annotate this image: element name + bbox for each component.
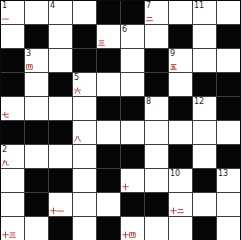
cell-r4c8[interactable]: 12	[193, 97, 216, 120]
across-clue-number-五	[170, 63, 177, 71]
black-cell-r9c4	[97, 217, 120, 240]
black-cell-r6c9	[217, 145, 240, 168]
cell-r2c1[interactable]: 3	[25, 49, 48, 72]
down-clue-number-9: 9	[170, 49, 175, 58]
black-cell-r5c0	[1, 121, 24, 144]
down-clue-number-2: 2	[2, 145, 7, 154]
black-cell-r3c2	[49, 73, 72, 96]
cell-r0c3[interactable]	[73, 1, 96, 24]
black-cell-r1c1	[25, 25, 48, 48]
cell-r9c9[interactable]	[217, 217, 240, 240]
black-cell-r2c4	[97, 49, 120, 72]
across-clue-number-二	[146, 15, 153, 23]
cell-r6c0[interactable]: 2	[1, 145, 24, 168]
cell-r6c1[interactable]	[25, 145, 48, 168]
black-cell-r7c1	[25, 169, 48, 192]
black-cell-r5c2	[49, 121, 72, 144]
black-cell-r4c5	[121, 97, 144, 120]
cell-r6c2[interactable]	[49, 145, 72, 168]
crossword-board: 14711639581221013	[0, 0, 241, 240]
down-clue-number-8: 8	[146, 97, 151, 106]
cell-r0c0[interactable]: 1	[1, 1, 24, 24]
across-clue-number-七	[2, 111, 9, 119]
black-cell-r5c1	[25, 121, 48, 144]
cell-r6c3[interactable]	[73, 145, 96, 168]
across-clue-number-三	[98, 39, 105, 47]
black-cell-r6c7	[169, 145, 192, 168]
down-clue-number-10: 10	[170, 169, 180, 178]
black-cell-r8c5	[121, 193, 144, 216]
cell-r6c6[interactable]	[145, 145, 168, 168]
black-cell-r1c7	[169, 25, 192, 48]
black-cell-r1c9	[217, 25, 240, 48]
down-clue-number-11: 11	[194, 1, 204, 10]
black-cell-r7c8	[193, 169, 216, 192]
cell-r1c5[interactable]: 6	[121, 25, 144, 48]
black-cell-r2c3	[73, 49, 96, 72]
black-cell-r7c2	[49, 169, 72, 192]
cell-r4c1[interactable]	[25, 97, 48, 120]
cell-r1c0[interactable]	[1, 25, 24, 48]
cell-r8c7[interactable]	[169, 193, 192, 216]
cell-r9c6[interactable]	[145, 217, 168, 240]
cell-r9c3[interactable]	[73, 217, 96, 240]
cell-r8c0[interactable]	[1, 193, 24, 216]
cell-r7c5[interactable]	[121, 169, 144, 192]
black-cell-r8c6	[145, 193, 168, 216]
black-cell-r9c8	[193, 217, 216, 240]
black-cell-r3c8	[193, 73, 216, 96]
down-clue-number-7: 7	[146, 1, 151, 10]
black-cell-r2c6	[145, 49, 168, 72]
cell-r3c4[interactable]	[97, 73, 120, 96]
cell-r4c2[interactable]	[49, 97, 72, 120]
down-clue-number-6: 6	[122, 25, 127, 34]
cell-r9c0[interactable]	[1, 217, 24, 240]
black-cell-r0c4	[97, 1, 120, 24]
cell-r3c7[interactable]	[169, 73, 192, 96]
cell-r6c8[interactable]	[193, 145, 216, 168]
cell-r1c4[interactable]	[97, 25, 120, 48]
cell-r9c5[interactable]	[121, 217, 144, 240]
black-cell-r4c7	[169, 97, 192, 120]
cell-r0c8[interactable]: 11	[193, 1, 216, 24]
down-clue-number-4: 4	[50, 1, 55, 10]
cell-r0c9[interactable]	[217, 1, 240, 24]
cell-r2c2[interactable]	[49, 49, 72, 72]
cell-r7c9[interactable]: 13	[217, 169, 240, 192]
across-clue-number-十	[122, 183, 129, 191]
across-clue-number-六	[74, 87, 81, 95]
black-cell-r0c5	[121, 1, 144, 24]
cell-r5c8[interactable]	[193, 121, 216, 144]
cell-r8c3[interactable]	[73, 193, 96, 216]
cell-r8c9[interactable]	[217, 193, 240, 216]
down-clue-number-5: 5	[74, 73, 79, 82]
cell-r5c7[interactable]	[169, 121, 192, 144]
black-cell-r6c4	[97, 145, 120, 168]
cell-r5c9[interactable]	[217, 121, 240, 144]
down-clue-number-12: 12	[194, 97, 204, 106]
black-cell-r1c3	[73, 25, 96, 48]
black-cell-r4c9	[217, 97, 240, 120]
across-clue-number-一	[2, 15, 9, 23]
black-cell-r4c4	[97, 97, 120, 120]
cell-r8c8[interactable]	[193, 193, 216, 216]
cell-r8c4[interactable]	[97, 193, 120, 216]
black-cell-r6c5	[121, 145, 144, 168]
cell-r0c1[interactable]	[25, 1, 48, 24]
cell-r2c5[interactable]	[121, 49, 144, 72]
cell-r9c7[interactable]	[169, 217, 192, 240]
black-cell-r8c1	[25, 193, 48, 216]
cell-r3c3[interactable]: 5	[73, 73, 96, 96]
cell-r0c6[interactable]: 7	[145, 1, 168, 24]
black-cell-r3c0	[1, 73, 24, 96]
down-clue-number-3: 3	[26, 49, 31, 58]
cell-r7c3[interactable]	[73, 169, 96, 192]
black-cell-r3c9	[217, 73, 240, 96]
black-cell-r9c2	[49, 217, 72, 240]
cell-r5c5[interactable]	[121, 121, 144, 144]
cell-r4c6[interactable]: 8	[145, 97, 168, 120]
black-cell-r7c4	[97, 169, 120, 192]
cell-r4c3[interactable]	[73, 97, 96, 120]
cell-r2c8[interactable]	[193, 49, 216, 72]
cell-r3c5[interactable]	[121, 73, 144, 96]
black-cell-r3c6	[145, 73, 168, 96]
across-clue-number-十二	[170, 207, 184, 215]
cell-r0c2[interactable]: 4	[49, 1, 72, 24]
cell-r7c7[interactable]: 10	[169, 169, 192, 192]
cell-r1c6[interactable]	[145, 25, 168, 48]
cell-r5c4[interactable]	[97, 121, 120, 144]
cell-r2c7[interactable]: 9	[169, 49, 192, 72]
cell-r8c2[interactable]	[49, 193, 72, 216]
down-clue-number-13: 13	[218, 169, 228, 178]
across-clue-number-四	[26, 63, 33, 71]
cell-r0c7[interactable]	[169, 1, 192, 24]
cell-r5c3[interactable]	[73, 121, 96, 144]
cell-r2c9[interactable]	[217, 49, 240, 72]
cell-r5c6[interactable]	[145, 121, 168, 144]
across-clue-number-八	[74, 135, 81, 143]
black-cell-r2c0	[1, 49, 24, 72]
down-clue-number-1: 1	[2, 1, 7, 10]
across-clue-number-九	[2, 159, 9, 167]
cell-r7c6[interactable]	[145, 169, 168, 192]
cell-r7c0[interactable]	[1, 169, 24, 192]
cell-r1c2[interactable]	[49, 25, 72, 48]
across-clue-number-十一	[50, 207, 64, 215]
cell-r4c0[interactable]	[1, 97, 24, 120]
across-clue-number-十四	[122, 231, 136, 239]
cell-r3c1[interactable]	[25, 73, 48, 96]
cell-r9c1[interactable]	[25, 217, 48, 240]
cell-r1c8[interactable]	[193, 25, 216, 48]
across-clue-number-十三	[2, 231, 16, 239]
